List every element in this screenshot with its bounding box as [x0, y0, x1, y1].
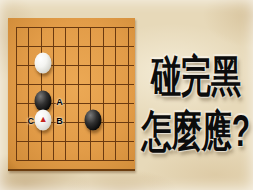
black-stone[interactable] [35, 91, 52, 112]
point-label-b[interactable]: B [56, 117, 63, 126]
marked-white-stone[interactable]: ▲ [35, 110, 52, 131]
grid-line-horizontal [16, 141, 134, 142]
point-label-a[interactable]: A [56, 98, 63, 107]
grid-line-horizontal [16, 46, 134, 47]
go-board: ▲ABC [8, 18, 135, 171]
black-stone[interactable] [84, 110, 101, 131]
grid-line-horizontal [16, 27, 134, 28]
video-frame: ▲ABC 碰完黑 怎麼應? [0, 0, 253, 190]
triangle-marker-icon: ▲ [39, 115, 48, 124]
caption-line-1: 碰完黑 [140, 53, 252, 99]
caption-line-2: 怎麼應? [140, 108, 252, 154]
grid-line-horizontal [16, 84, 134, 85]
point-label-c[interactable]: C [27, 117, 34, 126]
grid-line-horizontal [16, 160, 134, 161]
white-stone[interactable] [35, 53, 52, 74]
